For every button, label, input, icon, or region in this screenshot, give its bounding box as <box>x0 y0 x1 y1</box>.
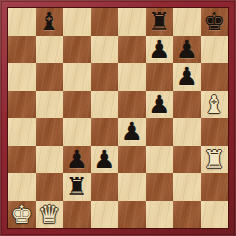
square-f5[interactable]: ♟ <box>146 91 174 119</box>
black-pawn[interactable]: ♟ <box>176 37 198 62</box>
square-d4[interactable] <box>91 118 119 146</box>
square-e5[interactable] <box>118 91 146 119</box>
black-pawn[interactable]: ♟ <box>176 64 198 89</box>
square-a5[interactable] <box>8 91 36 119</box>
square-c6[interactable] <box>63 63 91 91</box>
black-king[interactable]: ♚ <box>203 9 225 34</box>
white-bishop[interactable]: ♝ <box>203 92 225 117</box>
white-queen[interactable]: ♛ <box>38 202 60 227</box>
square-a3[interactable] <box>8 146 36 174</box>
square-f7[interactable]: ♟ <box>146 36 174 64</box>
square-h5[interactable]: ♝ <box>201 91 229 119</box>
square-b8[interactable]: ♝ <box>36 8 64 36</box>
black-pawn[interactable]: ♟ <box>148 37 170 62</box>
square-c8[interactable] <box>63 8 91 36</box>
square-h3[interactable]: ♜ <box>201 146 229 174</box>
square-g7[interactable]: ♟ <box>173 36 201 64</box>
square-g1[interactable] <box>173 201 201 229</box>
square-a8[interactable] <box>8 8 36 36</box>
white-rook[interactable]: ♜ <box>203 147 225 172</box>
black-bishop[interactable]: ♝ <box>38 9 60 34</box>
square-g8[interactable] <box>173 8 201 36</box>
square-a4[interactable] <box>8 118 36 146</box>
square-b7[interactable] <box>36 36 64 64</box>
square-f6[interactable] <box>146 63 174 91</box>
square-e7[interactable] <box>118 36 146 64</box>
square-g2[interactable] <box>173 173 201 201</box>
square-h8[interactable]: ♚ <box>201 8 229 36</box>
square-f4[interactable] <box>146 118 174 146</box>
square-g5[interactable] <box>173 91 201 119</box>
board-frame: ♝♜♚♟♟♟♟♝♟♟♟♜♜♚♛ <box>0 0 236 236</box>
square-f3[interactable] <box>146 146 174 174</box>
square-b5[interactable] <box>36 91 64 119</box>
square-e6[interactable] <box>118 63 146 91</box>
black-pawn[interactable]: ♟ <box>148 92 170 117</box>
square-f2[interactable] <box>146 173 174 201</box>
black-pawn[interactable]: ♟ <box>93 147 115 172</box>
black-pawn[interactable]: ♟ <box>66 147 88 172</box>
white-king[interactable]: ♚ <box>11 202 33 227</box>
square-c4[interactable] <box>63 118 91 146</box>
square-c2[interactable]: ♜ <box>63 173 91 201</box>
square-e4[interactable]: ♟ <box>118 118 146 146</box>
square-e2[interactable] <box>118 173 146 201</box>
square-d1[interactable] <box>91 201 119 229</box>
square-b6[interactable] <box>36 63 64 91</box>
square-h1[interactable] <box>201 201 229 229</box>
square-e1[interactable] <box>118 201 146 229</box>
black-pawn[interactable]: ♟ <box>121 119 143 144</box>
square-b1[interactable]: ♛ <box>36 201 64 229</box>
square-d2[interactable] <box>91 173 119 201</box>
square-c3[interactable]: ♟ <box>63 146 91 174</box>
square-h2[interactable] <box>201 173 229 201</box>
chess-board: ♝♜♚♟♟♟♟♝♟♟♟♜♜♚♛ <box>8 8 228 228</box>
square-b2[interactable] <box>36 173 64 201</box>
square-g3[interactable] <box>173 146 201 174</box>
square-a7[interactable] <box>8 36 36 64</box>
square-d7[interactable] <box>91 36 119 64</box>
square-a2[interactable] <box>8 173 36 201</box>
square-f8[interactable]: ♜ <box>146 8 174 36</box>
square-c5[interactable] <box>63 91 91 119</box>
square-h6[interactable] <box>201 63 229 91</box>
square-c1[interactable] <box>63 201 91 229</box>
square-g6[interactable]: ♟ <box>173 63 201 91</box>
square-d3[interactable]: ♟ <box>91 146 119 174</box>
square-e3[interactable] <box>118 146 146 174</box>
black-rook[interactable]: ♜ <box>66 174 88 199</box>
square-d8[interactable] <box>91 8 119 36</box>
square-h7[interactable] <box>201 36 229 64</box>
square-f1[interactable] <box>146 201 174 229</box>
square-g4[interactable] <box>173 118 201 146</box>
square-d5[interactable] <box>91 91 119 119</box>
square-b4[interactable] <box>36 118 64 146</box>
square-a6[interactable] <box>8 63 36 91</box>
square-a1[interactable]: ♚ <box>8 201 36 229</box>
square-c7[interactable] <box>63 36 91 64</box>
square-d6[interactable] <box>91 63 119 91</box>
black-rook[interactable]: ♜ <box>148 9 170 34</box>
square-e8[interactable] <box>118 8 146 36</box>
square-b3[interactable] <box>36 146 64 174</box>
square-h4[interactable] <box>201 118 229 146</box>
